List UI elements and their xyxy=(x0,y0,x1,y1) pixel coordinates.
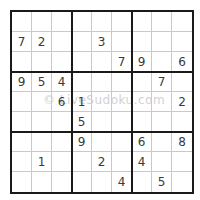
cell-r4c7[interactable] xyxy=(132,72,152,92)
cell-r8c8[interactable] xyxy=(152,152,172,172)
cell-r9c8[interactable]: 5 xyxy=(152,172,172,192)
cell-r7c5[interactable] xyxy=(92,132,112,152)
cell-r7c1[interactable] xyxy=(12,132,32,152)
cell-r4c4[interactable] xyxy=(72,72,92,92)
cell-r8c5[interactable]: 2 xyxy=(92,152,112,172)
cell-r2c8[interactable] xyxy=(152,32,172,52)
cell-r7c8[interactable] xyxy=(152,132,172,152)
cell-r9c7[interactable] xyxy=(132,172,152,192)
cell-r4c9[interactable] xyxy=(172,72,192,92)
cell-r5c1[interactable] xyxy=(12,92,32,112)
cell-r8c3[interactable] xyxy=(52,152,72,172)
cell-r5c4[interactable]: 1 xyxy=(72,92,92,112)
cell-r7c4[interactable]: 9 xyxy=(72,132,92,152)
cell-r3c7[interactable]: 9 xyxy=(132,52,152,72)
cell-r1c8[interactable] xyxy=(152,12,172,32)
cell-r2c9[interactable] xyxy=(172,32,192,52)
cell-r1c9[interactable] xyxy=(172,12,192,32)
cell-r5c5[interactable] xyxy=(92,92,112,112)
cell-r5c2[interactable] xyxy=(32,92,52,112)
cell-r4c8[interactable]: 7 xyxy=(152,72,172,92)
cell-r3c1[interactable] xyxy=(12,52,32,72)
cell-r2c5[interactable]: 3 xyxy=(92,32,112,52)
cell-r4c3[interactable]: 4 xyxy=(52,72,72,92)
cell-r8c7[interactable]: 4 xyxy=(132,152,152,172)
cell-r7c6[interactable] xyxy=(112,132,132,152)
cell-r1c4[interactable] xyxy=(72,12,92,32)
cell-r1c6[interactable] xyxy=(112,12,132,32)
cell-r7c2[interactable] xyxy=(32,132,52,152)
cell-r1c2[interactable] xyxy=(32,12,52,32)
cell-r6c6[interactable] xyxy=(112,112,132,132)
cell-r4c2[interactable]: 5 xyxy=(32,72,52,92)
cell-r7c9[interactable]: 8 xyxy=(172,132,192,152)
cell-r6c5[interactable] xyxy=(92,112,112,132)
cell-r9c5[interactable] xyxy=(92,172,112,192)
cell-r9c3[interactable] xyxy=(52,172,72,192)
cell-r6c4[interactable]: 5 xyxy=(72,112,92,132)
cell-r3c8[interactable] xyxy=(152,52,172,72)
cell-r9c9[interactable] xyxy=(172,172,192,192)
cell-r2c4[interactable] xyxy=(72,32,92,52)
sudoku-board: © LiveSudoku.com 7237969547612596812445 xyxy=(10,10,194,194)
cell-r3c2[interactable] xyxy=(32,52,52,72)
cell-r8c2[interactable]: 1 xyxy=(32,152,52,172)
cell-r4c1[interactable]: 9 xyxy=(12,72,32,92)
cell-r3c6[interactable]: 7 xyxy=(112,52,132,72)
cell-r5c9[interactable]: 2 xyxy=(172,92,192,112)
cell-r9c2[interactable] xyxy=(32,172,52,192)
cell-r1c5[interactable] xyxy=(92,12,112,32)
cell-r1c1[interactable] xyxy=(12,12,32,32)
cell-r8c4[interactable] xyxy=(72,152,92,172)
cell-r5c6[interactable] xyxy=(112,92,132,112)
cell-r3c5[interactable] xyxy=(92,52,112,72)
cell-r2c3[interactable] xyxy=(52,32,72,52)
cell-r1c3[interactable] xyxy=(52,12,72,32)
cell-r1c7[interactable] xyxy=(132,12,152,32)
cell-r3c3[interactable] xyxy=(52,52,72,72)
cell-r4c5[interactable] xyxy=(92,72,112,92)
cell-r7c7[interactable]: 6 xyxy=(132,132,152,152)
cell-r6c9[interactable] xyxy=(172,112,192,132)
cell-r3c9[interactable]: 6 xyxy=(172,52,192,72)
cell-r2c7[interactable] xyxy=(132,32,152,52)
cell-r6c7[interactable] xyxy=(132,112,152,132)
cell-r7c3[interactable] xyxy=(52,132,72,152)
cell-r4c6[interactable] xyxy=(112,72,132,92)
cell-r6c8[interactable] xyxy=(152,112,172,132)
cell-r5c3[interactable]: 6 xyxy=(52,92,72,112)
cell-r5c7[interactable] xyxy=(132,92,152,112)
cell-r2c2[interactable]: 2 xyxy=(32,32,52,52)
cell-r9c6[interactable]: 4 xyxy=(112,172,132,192)
sudoku-grid: 7237969547612596812445 xyxy=(12,12,192,192)
cell-r2c1[interactable]: 7 xyxy=(12,32,32,52)
cell-r6c2[interactable] xyxy=(32,112,52,132)
cell-r6c3[interactable] xyxy=(52,112,72,132)
cell-r6c1[interactable] xyxy=(12,112,32,132)
cell-r8c9[interactable] xyxy=(172,152,192,172)
cell-r8c1[interactable] xyxy=(12,152,32,172)
cell-r8c6[interactable] xyxy=(112,152,132,172)
cell-r2c6[interactable] xyxy=(112,32,132,52)
cell-r9c1[interactable] xyxy=(12,172,32,192)
cell-r5c8[interactable] xyxy=(152,92,172,112)
cell-r3c4[interactable] xyxy=(72,52,92,72)
cell-r9c4[interactable] xyxy=(72,172,92,192)
